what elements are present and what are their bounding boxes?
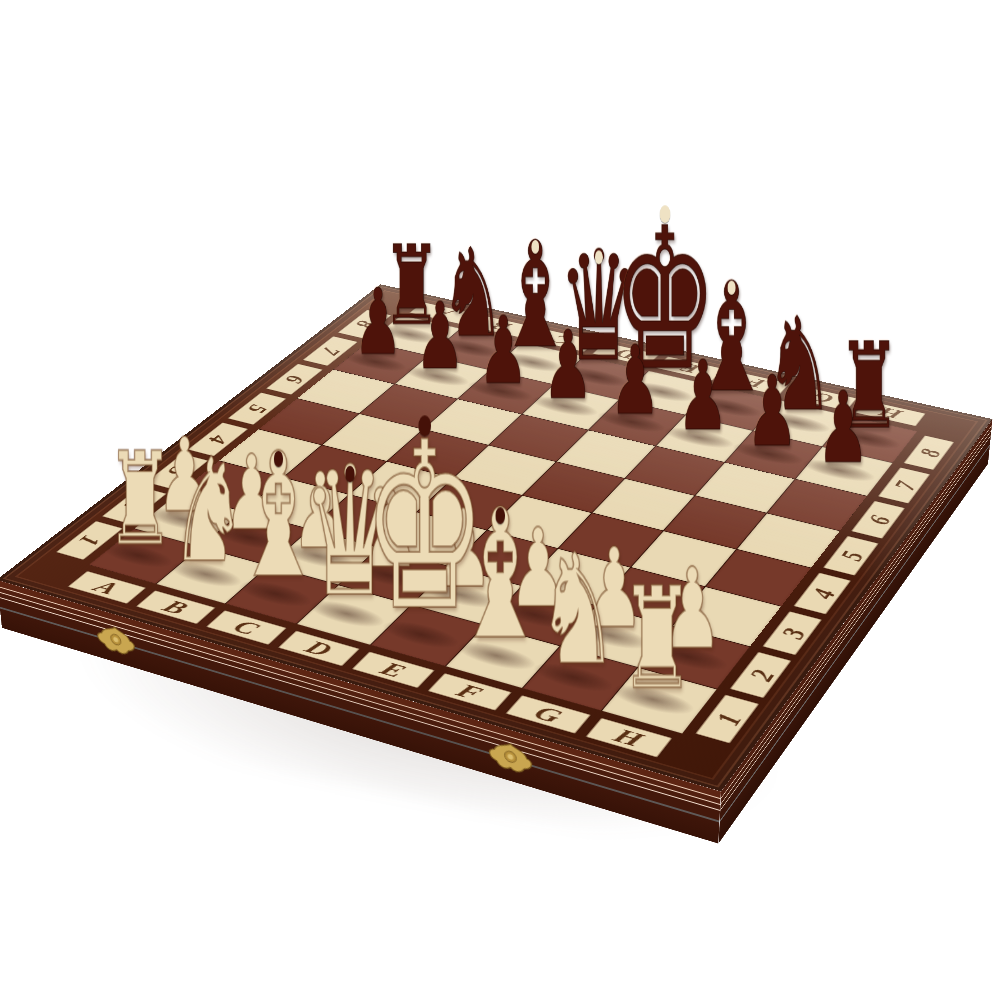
file-label-a-label: A xyxy=(89,577,125,597)
rank-label-left-1-label: 1 xyxy=(72,533,107,547)
white-rook-glyph: ♜ xyxy=(620,569,695,709)
photo-background: ABCDEFGH 87654321 87654321 ABCDEFGH ♜♞♝♛… xyxy=(0,0,1000,1000)
white-knight-glyph: ♞ xyxy=(536,534,618,687)
rank-label-right-5: 5 xyxy=(823,536,879,576)
rank-label-right-6: 6 xyxy=(851,501,905,539)
rank-label-left-5-label: 5 xyxy=(241,403,273,415)
rank-label-right-7-label: 7 xyxy=(888,479,921,492)
file-label-h-label: H xyxy=(609,725,648,750)
file-label-c: C xyxy=(206,610,287,645)
black-pawn-glyph: ♟ xyxy=(415,291,465,383)
black-pawn-glyph: ♟ xyxy=(609,333,660,428)
ball-finial xyxy=(727,281,735,295)
white-rook-glyph: ♜ xyxy=(106,436,175,564)
file-label-d-label: D xyxy=(300,637,338,659)
board-top-face: ABCDEFGH 87654321 87654321 ABCDEFGH ♜♞♝♛… xyxy=(0,284,993,791)
ball-finial xyxy=(346,466,356,482)
rank-label-right-8-label: 8 xyxy=(913,446,946,459)
file-label-c-label: C xyxy=(228,617,264,638)
file-label-b-label: B xyxy=(158,597,194,618)
rank-label-right-5-label: 5 xyxy=(834,548,869,562)
brass-latch-icon xyxy=(486,734,536,781)
file-label-g-label: G xyxy=(529,702,567,726)
rank-label-right-7: 7 xyxy=(878,467,930,503)
ball-finial xyxy=(531,240,539,253)
black-pawn-glyph: ♟ xyxy=(543,319,594,413)
ball-finial xyxy=(595,251,603,265)
file-label-f-label: F xyxy=(452,680,488,703)
chess-board: ABCDEFGH 87654321 87654321 ABCDEFGH ♜♞♝♛… xyxy=(0,284,993,791)
rank-label-right-4-label: 4 xyxy=(805,586,841,601)
rank-label-right-1-label: 1 xyxy=(708,710,747,728)
white-bishop-glyph: ♝ xyxy=(452,486,548,665)
black-pawn-glyph: ♟ xyxy=(478,305,528,398)
ball-finial xyxy=(659,205,670,223)
rank-label-right-2-label: 2 xyxy=(742,666,780,683)
ball-finial xyxy=(418,415,430,436)
ball-finial xyxy=(495,507,505,523)
rank-label-right-8: 8 xyxy=(903,435,954,470)
rank-label-right-6-label: 6 xyxy=(861,513,895,527)
ball-finial xyxy=(274,451,283,466)
rank-label-right-3-label: 3 xyxy=(774,625,811,641)
scene: ABCDEFGH 87654321 87654321 ABCDEFGH ♜♞♝♛… xyxy=(0,0,1000,1000)
brass-latch-icon xyxy=(93,619,138,663)
rank-label-left-7-label: 7 xyxy=(315,345,345,356)
rank-label-left-6-label: 6 xyxy=(279,373,310,384)
file-label-e-label: E xyxy=(375,659,411,681)
